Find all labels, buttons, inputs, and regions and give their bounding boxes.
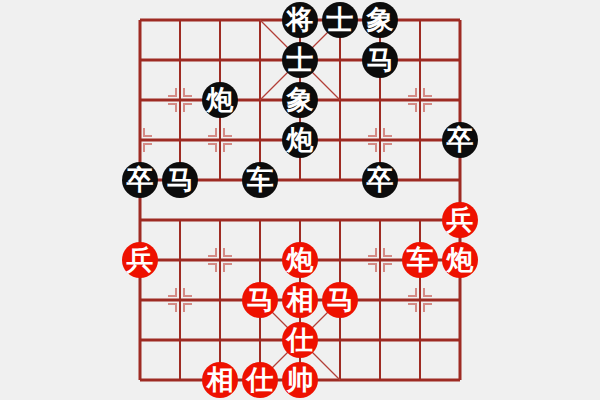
piece-red-elephant[interactable]: 相 — [282, 282, 318, 318]
piece-red-cannon[interactable]: 炮 — [282, 242, 318, 278]
xiangqi-app: 将士象士马炮象炮卒卒马车卒兵兵炮车炮马相马仕相仕帅 — [0, 0, 600, 400]
piece-black-advisor[interactable]: 士 — [322, 2, 358, 38]
piece-black-soldier[interactable]: 卒 — [122, 162, 158, 198]
piece-black-general[interactable]: 将 — [282, 2, 318, 38]
piece-black-cannon[interactable]: 炮 — [202, 82, 238, 118]
piece-black-soldier[interactable]: 卒 — [442, 122, 478, 158]
piece-black-chariot[interactable]: 车 — [242, 162, 278, 198]
piece-red-chariot[interactable]: 车 — [402, 242, 438, 278]
piece-red-advisor[interactable]: 仕 — [242, 362, 278, 398]
piece-red-cannon[interactable]: 炮 — [442, 242, 478, 278]
piece-black-cannon[interactable]: 炮 — [282, 122, 318, 158]
piece-black-soldier[interactable]: 卒 — [362, 162, 398, 198]
piece-black-horse[interactable]: 马 — [362, 42, 398, 78]
piece-black-horse[interactable]: 马 — [162, 162, 198, 198]
xiangqi-board: 将士象士马炮象炮卒卒马车卒兵兵炮车炮马相马仕相仕帅 — [120, 0, 480, 400]
piece-black-elephant[interactable]: 象 — [362, 2, 398, 38]
piece-red-general[interactable]: 帅 — [282, 362, 318, 398]
pieces-layer: 将士象士马炮象炮卒卒马车卒兵兵炮车炮马相马仕相仕帅 — [120, 0, 480, 400]
piece-red-horse[interactable]: 马 — [322, 282, 358, 318]
piece-red-soldier[interactable]: 兵 — [442, 202, 478, 238]
piece-black-elephant[interactable]: 象 — [282, 82, 318, 118]
piece-red-advisor[interactable]: 仕 — [282, 322, 318, 358]
piece-red-elephant[interactable]: 相 — [202, 362, 238, 398]
piece-red-soldier[interactable]: 兵 — [122, 242, 158, 278]
piece-black-advisor[interactable]: 士 — [282, 42, 318, 78]
piece-red-horse[interactable]: 马 — [242, 282, 278, 318]
